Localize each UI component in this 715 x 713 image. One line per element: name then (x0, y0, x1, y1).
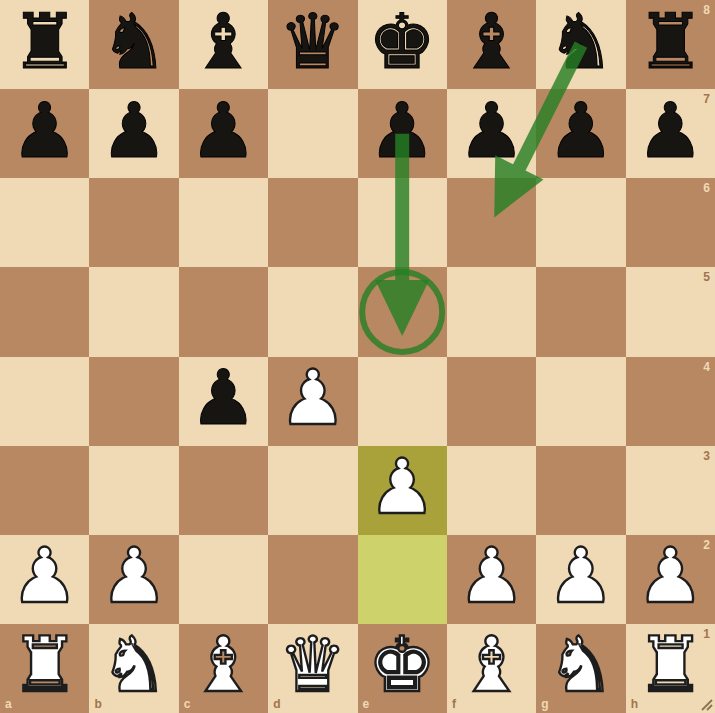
square-c5[interactable] (179, 267, 268, 356)
square-f3[interactable] (447, 446, 536, 535)
piece-black-pawn[interactable]: ♟ (0, 86, 89, 175)
piece-black-pawn[interactable]: ♟ (447, 86, 536, 175)
piece-white-knight[interactable]: ♞ (536, 621, 625, 710)
square-c7[interactable]: ♟ (179, 89, 268, 178)
piece-white-pawn[interactable]: ♟ (447, 532, 536, 621)
piece-white-bishop[interactable]: ♝ (179, 621, 268, 710)
piece-black-knight[interactable]: ♞ (89, 0, 178, 86)
piece-black-pawn[interactable]: ♟ (358, 86, 447, 175)
piece-white-pawn[interactable]: ♟ (268, 354, 357, 443)
square-b7[interactable]: ♟ (89, 89, 178, 178)
piece-black-knight[interactable]: ♞ (536, 0, 625, 86)
square-f8[interactable]: ♝ (447, 0, 536, 89)
piece-black-pawn[interactable]: ♟ (179, 86, 268, 175)
square-a4[interactable] (0, 357, 89, 446)
square-h8[interactable]: ♜8 (626, 0, 715, 89)
square-a3[interactable] (0, 446, 89, 535)
square-e1[interactable]: ♚e (358, 624, 447, 713)
piece-white-pawn[interactable]: ♟ (0, 532, 89, 621)
square-b4[interactable] (89, 357, 178, 446)
coord-rank-5: 5 (703, 271, 710, 283)
square-b1[interactable]: ♞b (89, 624, 178, 713)
piece-white-knight[interactable]: ♞ (89, 621, 178, 710)
square-c4[interactable]: ♟ (179, 357, 268, 446)
square-e5[interactable] (358, 267, 447, 356)
square-a6[interactable] (0, 178, 89, 267)
square-a1[interactable]: ♜a (0, 624, 89, 713)
square-b5[interactable] (89, 267, 178, 356)
square-a7[interactable]: ♟ (0, 89, 89, 178)
square-d3[interactable] (268, 446, 357, 535)
square-e2[interactable] (358, 535, 447, 624)
square-h2[interactable]: ♟2 (626, 535, 715, 624)
piece-white-pawn[interactable]: ♟ (89, 532, 178, 621)
square-e6[interactable] (358, 178, 447, 267)
coord-rank-3: 3 (703, 450, 710, 462)
square-g3[interactable] (536, 446, 625, 535)
piece-black-pawn[interactable]: ♟ (89, 86, 178, 175)
square-d2[interactable] (268, 535, 357, 624)
piece-black-queen[interactable]: ♛ (268, 0, 357, 86)
square-e7[interactable]: ♟ (358, 89, 447, 178)
square-h7[interactable]: ♟7 (626, 89, 715, 178)
square-f1[interactable]: ♝f (447, 624, 536, 713)
square-d4[interactable]: ♟ (268, 357, 357, 446)
piece-black-bishop[interactable]: ♝ (179, 0, 268, 86)
square-f5[interactable] (447, 267, 536, 356)
coord-rank-6: 6 (703, 182, 710, 194)
square-e3[interactable]: ♟ (358, 446, 447, 535)
square-f7[interactable]: ♟ (447, 89, 536, 178)
square-b2[interactable]: ♟ (89, 535, 178, 624)
square-d7[interactable] (268, 89, 357, 178)
square-f4[interactable] (447, 357, 536, 446)
square-f2[interactable]: ♟ (447, 535, 536, 624)
square-c8[interactable]: ♝ (179, 0, 268, 89)
square-a8[interactable]: ♜ (0, 0, 89, 89)
square-h6[interactable]: 6 (626, 178, 715, 267)
piece-black-king[interactable]: ♚ (358, 0, 447, 86)
piece-white-pawn[interactable]: ♟ (358, 443, 447, 532)
coord-rank-4: 4 (703, 361, 710, 373)
piece-black-pawn[interactable]: ♟ (536, 86, 625, 175)
piece-white-pawn[interactable]: ♟ (536, 532, 625, 621)
piece-black-rook[interactable]: ♜ (0, 0, 89, 86)
square-e8[interactable]: ♚ (358, 0, 447, 89)
chess-board[interactable]: ♜♞♝♛♚♝♞♜8♟♟♟♟♟♟♟765♟♟4♟3♟♟♟♟♟2♜a♞b♝c♛d♚e… (0, 0, 715, 713)
square-g6[interactable] (536, 178, 625, 267)
piece-black-bishop[interactable]: ♝ (447, 0, 536, 86)
square-h4[interactable]: 4 (626, 357, 715, 446)
piece-white-bishop[interactable]: ♝ (447, 621, 536, 710)
square-g8[interactable]: ♞ (536, 0, 625, 89)
square-d5[interactable] (268, 267, 357, 356)
square-h3[interactable]: 3 (626, 446, 715, 535)
board-resize-handle-icon[interactable] (698, 696, 714, 712)
square-c1[interactable]: ♝c (179, 624, 268, 713)
piece-black-rook[interactable]: ♜ (626, 0, 715, 86)
square-e4[interactable] (358, 357, 447, 446)
square-c3[interactable] (179, 446, 268, 535)
square-d6[interactable] (268, 178, 357, 267)
square-d1[interactable]: ♛d (268, 624, 357, 713)
square-a5[interactable] (0, 267, 89, 356)
square-g4[interactable] (536, 357, 625, 446)
square-h5[interactable]: 5 (626, 267, 715, 356)
square-g7[interactable]: ♟ (536, 89, 625, 178)
square-c6[interactable] (179, 178, 268, 267)
piece-white-rook[interactable]: ♜ (0, 621, 89, 710)
square-g5[interactable] (536, 267, 625, 356)
square-c2[interactable] (179, 535, 268, 624)
piece-white-pawn[interactable]: ♟ (626, 532, 715, 621)
square-d8[interactable]: ♛ (268, 0, 357, 89)
piece-black-pawn[interactable]: ♟ (179, 354, 268, 443)
square-f6[interactable] (447, 178, 536, 267)
square-g1[interactable]: ♞g (536, 624, 625, 713)
chess-board-stage: ♜♞♝♛♚♝♞♜8♟♟♟♟♟♟♟765♟♟4♟3♟♟♟♟♟2♜a♞b♝c♛d♚e… (0, 0, 715, 713)
square-a2[interactable]: ♟ (0, 535, 89, 624)
square-b6[interactable] (89, 178, 178, 267)
piece-black-pawn[interactable]: ♟ (626, 86, 715, 175)
square-b3[interactable] (89, 446, 178, 535)
square-g2[interactable]: ♟ (536, 535, 625, 624)
square-b8[interactable]: ♞ (89, 0, 178, 89)
piece-white-king[interactable]: ♚ (358, 621, 447, 710)
piece-white-queen[interactable]: ♛ (268, 621, 357, 710)
